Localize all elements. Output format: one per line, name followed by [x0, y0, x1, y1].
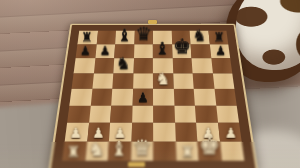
square-c3[interactable] — [110, 105, 132, 122]
square-c4[interactable] — [111, 89, 132, 106]
square-f6[interactable] — [172, 58, 192, 73]
piece-black-bishop-c8[interactable]: ♝ — [117, 26, 132, 43]
brand-sticker-back-frame — [148, 20, 157, 24]
square-e7[interactable]: ♝ — [153, 44, 172, 58]
square-g6[interactable] — [192, 58, 213, 73]
square-b7[interactable]: ♟ — [95, 44, 115, 58]
square-d8[interactable]: ♛ — [134, 31, 153, 44]
piece-black-rook-a8[interactable]: ♜ — [81, 30, 93, 43]
square-f5[interactable] — [173, 73, 194, 89]
square-a5[interactable] — [72, 73, 94, 89]
piece-black-queen-d8[interactable]: ♛ — [135, 24, 151, 42]
piece-black-king-f7[interactable]: ♚ — [173, 36, 192, 57]
square-g4[interactable] — [194, 89, 216, 106]
square-h4[interactable] — [214, 89, 237, 106]
square-e2[interactable] — [153, 123, 175, 141]
square-g3[interactable] — [195, 105, 218, 122]
square-c5[interactable] — [112, 73, 133, 89]
square-g8[interactable]: ♞ — [190, 31, 210, 44]
piece-black-pawn-d4[interactable]: ♟ — [137, 90, 149, 103]
square-d3[interactable] — [132, 105, 153, 122]
square-g5[interactable] — [193, 73, 214, 89]
photo-stage: ♜♝♛♞♜♟♟♝♚♟♞♞♟♟♟♟♟♟♜♞♝♛♜♚ — [0, 0, 300, 168]
square-g7[interactable] — [191, 44, 211, 58]
square-b3[interactable] — [89, 105, 112, 122]
square-d5[interactable] — [133, 73, 153, 89]
square-a2[interactable]: ♟ — [65, 123, 89, 141]
square-f2[interactable] — [175, 123, 198, 141]
piece-black-knight-g8[interactable]: ♞ — [193, 27, 207, 43]
square-a4[interactable] — [69, 89, 92, 106]
piece-black-pawn-b7[interactable]: ♟ — [99, 45, 110, 57]
square-h2[interactable]: ♟ — [218, 123, 242, 141]
square-a7[interactable]: ♟ — [76, 44, 97, 58]
square-f4[interactable] — [173, 89, 195, 106]
square-e3[interactable] — [153, 105, 175, 122]
piece-black-pawn-h7[interactable]: ♟ — [215, 45, 226, 57]
square-a6[interactable] — [74, 58, 95, 73]
piece-white-knight-e5[interactable]: ♞ — [156, 70, 171, 87]
square-b4[interactable] — [90, 89, 112, 106]
square-c8[interactable]: ♝ — [115, 31, 134, 44]
square-h8[interactable]: ♜ — [208, 31, 228, 44]
square-c6[interactable]: ♞ — [113, 58, 133, 73]
square-e4[interactable] — [153, 89, 174, 106]
piece-black-rook-h8[interactable]: ♜ — [213, 30, 225, 43]
square-b8[interactable] — [96, 31, 116, 44]
piece-black-bishop-e7[interactable]: ♝ — [155, 40, 170, 57]
square-h6[interactable] — [211, 58, 232, 73]
square-d7[interactable] — [134, 44, 153, 58]
piece-white-pawn-a2[interactable]: ♟ — [70, 125, 83, 139]
piece-black-pawn-a7[interactable]: ♟ — [80, 45, 91, 57]
square-e5[interactable]: ♞ — [153, 73, 173, 89]
depth-of-field-blur — [0, 142, 300, 168]
square-h3[interactable] — [216, 105, 239, 122]
square-a8[interactable]: ♜ — [77, 31, 97, 44]
square-b5[interactable] — [92, 73, 113, 89]
square-f7[interactable]: ♚ — [172, 44, 192, 58]
square-d4[interactable]: ♟ — [132, 89, 153, 106]
square-d6[interactable] — [133, 58, 153, 73]
square-h5[interactable] — [212, 73, 234, 89]
square-f3[interactable] — [174, 105, 196, 122]
piece-white-pawn-h2[interactable]: ♟ — [224, 125, 237, 139]
square-b6[interactable] — [93, 58, 114, 73]
square-a3[interactable] — [67, 105, 90, 122]
piece-black-knight-c6[interactable]: ♞ — [116, 55, 131, 71]
square-h7[interactable]: ♟ — [209, 44, 230, 58]
